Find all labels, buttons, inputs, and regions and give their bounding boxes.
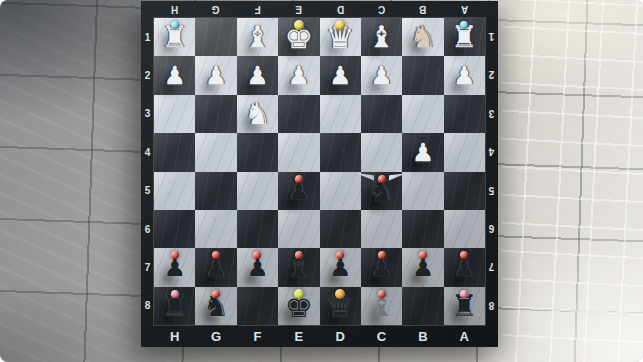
piece-white-pawn[interactable]: ♟ (361, 56, 402, 94)
square-h8[interactable]: ♜ (154, 287, 195, 325)
coord-right-6: 6 (485, 210, 498, 248)
coord-bottom-d: D (320, 325, 361, 347)
coord-left-4: 4 (141, 133, 154, 171)
piece-white-knight[interactable]: ♞ (237, 95, 278, 133)
piece-black-pawn[interactable]: ♟ (154, 248, 195, 286)
square-f1[interactable]: ♝ (237, 18, 278, 56)
square-a6[interactable] (444, 210, 485, 248)
coordinates-bottom: HGFEDCBA (154, 325, 485, 347)
square-b8[interactable] (402, 287, 443, 325)
piece-black-pawn[interactable]: ♟ (361, 248, 402, 286)
coord-top-b: B (402, 1, 443, 18)
coord-bottom-a: A (444, 325, 485, 347)
square-d5[interactable] (320, 172, 361, 210)
coord-top-d: D (320, 1, 361, 18)
coord-top-h: H (154, 1, 195, 18)
square-d4[interactable] (320, 133, 361, 171)
chess-app-screenshot: HGFEDCBA HGFEDCBA 12345678 12345678 ♜♝♚♛… (0, 0, 643, 362)
square-c7[interactable]: ♟ (361, 248, 402, 286)
square-e6[interactable] (278, 210, 319, 248)
coord-left-6: 6 (141, 210, 154, 248)
accent-dot (171, 251, 179, 259)
square-b1[interactable]: ♞ (402, 18, 443, 56)
coord-bottom-f: F (237, 325, 278, 347)
coord-top-e: E (278, 1, 319, 18)
coord-top-c: C (361, 1, 402, 18)
square-b6[interactable] (402, 210, 443, 248)
coord-bottom-g: G (195, 325, 236, 347)
coord-left-3: 3 (141, 95, 154, 133)
square-d6[interactable] (320, 210, 361, 248)
piece-white-pawn[interactable]: ♟ (237, 56, 278, 94)
square-h1[interactable]: ♜ (154, 18, 195, 56)
piece-white-bishop[interactable]: ♝ (237, 18, 278, 56)
accent-dot (336, 251, 344, 259)
square-d8[interactable]: ♛ (320, 287, 361, 325)
accent-dot (171, 290, 179, 298)
coord-bottom-e: E (278, 325, 319, 347)
accent-dot (378, 175, 386, 183)
piece-black-bishop[interactable]: ♝ (361, 287, 402, 325)
square-f8[interactable] (237, 287, 278, 325)
piece-white-pawn[interactable]: ♟ (154, 56, 195, 94)
square-e4[interactable] (278, 133, 319, 171)
square-f3[interactable]: ♞ (237, 95, 278, 133)
coordinates-top: HGFEDCBA (154, 1, 485, 18)
piece-black-pawn[interactable]: ♟ (278, 172, 319, 210)
piece-black-knight[interactable]: ♞ (195, 287, 236, 325)
piece-white-pawn[interactable]: ♟ (320, 56, 361, 94)
coord-top-f: F (237, 1, 278, 18)
square-c5[interactable]: ♞ (361, 172, 402, 210)
square-d3[interactable] (320, 95, 361, 133)
square-g8[interactable]: ♞ (195, 287, 236, 325)
square-h6[interactable] (154, 210, 195, 248)
piece-white-pawn[interactable]: ♟ (444, 56, 485, 94)
piece-white-queen[interactable]: ♛ (320, 18, 361, 56)
piece-white-knight[interactable]: ♞ (402, 18, 443, 56)
piece-white-pawn[interactable]: ♟ (278, 56, 319, 94)
coord-right-2: 2 (485, 56, 498, 94)
square-e1[interactable]: ♚ (278, 18, 319, 56)
square-c3[interactable] (361, 95, 402, 133)
square-a7[interactable]: ♟ (444, 248, 485, 286)
coord-right-8: 8 (485, 287, 498, 325)
piece-black-queen[interactable]: ♛ (320, 287, 361, 325)
coord-left-7: 7 (141, 248, 154, 286)
accent-dot (460, 251, 468, 259)
accent-dot (419, 251, 427, 259)
piece-black-knight[interactable]: ♞ (361, 172, 402, 210)
piece-white-pawn[interactable]: ♟ (195, 56, 236, 94)
square-f4[interactable] (237, 133, 278, 171)
accent-dot (294, 289, 304, 299)
accent-dot (460, 290, 468, 298)
piece-black-pawn[interactable]: ♟ (320, 248, 361, 286)
square-g5[interactable] (195, 172, 236, 210)
square-e7[interactable]: ♝ (278, 248, 319, 286)
piece-black-rook[interactable]: ♜ (154, 287, 195, 325)
square-a2[interactable]: ♟ (444, 56, 485, 94)
piece-white-rook[interactable]: ♜ (444, 18, 485, 56)
piece-white-pawn[interactable]: ♟ (402, 133, 443, 171)
coord-right-7: 7 (485, 248, 498, 286)
piece-black-rook[interactable]: ♜ (444, 287, 485, 325)
coord-left-5: 5 (141, 172, 154, 210)
square-a3[interactable] (444, 95, 485, 133)
square-b5[interactable] (402, 172, 443, 210)
coord-bottom-h: H (154, 325, 195, 347)
coord-right-1: 1 (485, 18, 498, 56)
square-f6[interactable] (237, 210, 278, 248)
square-g6[interactable] (195, 210, 236, 248)
square-c8[interactable]: ♝ (361, 287, 402, 325)
marble-floor-small-tiles (502, 0, 643, 362)
accent-dot (294, 20, 304, 30)
coord-right-4: 4 (485, 133, 498, 171)
coord-top-g: G (195, 1, 236, 18)
square-b7[interactable]: ♟ (402, 248, 443, 286)
coord-top-a: A (444, 1, 485, 18)
piece-black-pawn[interactable]: ♟ (402, 248, 443, 286)
square-b2[interactable] (402, 56, 443, 94)
piece-black-bishop[interactable]: ♝ (278, 248, 319, 286)
coordinates-left: 12345678 (141, 18, 154, 325)
square-g1[interactable] (195, 18, 236, 56)
coord-bottom-c: C (361, 325, 402, 347)
square-d2[interactable]: ♟ (320, 56, 361, 94)
square-g4[interactable] (195, 133, 236, 171)
coord-left-2: 2 (141, 56, 154, 94)
square-c2[interactable]: ♟ (361, 56, 402, 94)
chess-board: HGFEDCBA HGFEDCBA 12345678 12345678 ♜♝♚♛… (141, 1, 498, 347)
square-f2[interactable]: ♟ (237, 56, 278, 94)
square-c4[interactable] (361, 133, 402, 171)
square-h7[interactable]: ♟ (154, 248, 195, 286)
square-c1[interactable]: ♝ (361, 18, 402, 56)
square-g3[interactable] (195, 95, 236, 133)
square-f7[interactable]: ♟ (237, 248, 278, 286)
square-e3[interactable] (278, 95, 319, 133)
square-e8[interactable]: ♚ (278, 287, 319, 325)
square-d1[interactable]: ♛ (320, 18, 361, 56)
square-c6[interactable] (361, 210, 402, 248)
square-h3[interactable] (154, 95, 195, 133)
square-g7[interactable]: ♟ (195, 248, 236, 286)
coord-right-5: 5 (485, 172, 498, 210)
accent-dot (295, 251, 303, 259)
accent-dot (335, 289, 345, 299)
coord-left-8: 8 (141, 287, 154, 325)
accent-dot (171, 21, 179, 29)
piece-white-king[interactable]: ♚ (278, 18, 319, 56)
piece-black-pawn[interactable]: ♟ (195, 248, 236, 286)
square-d7[interactable]: ♟ (320, 248, 361, 286)
piece-white-bishop[interactable]: ♝ (361, 18, 402, 56)
square-f5[interactable] (237, 172, 278, 210)
square-b4[interactable]: ♟ (402, 133, 443, 171)
square-h2[interactable]: ♟ (154, 56, 195, 94)
board-grid: ♜♝♚♛♝♞♜♟♟♟♟♟♟♟♞♟♟♞♟♟♟♝♟♟♟♟♜♞♚♛♝♜ (154, 18, 485, 325)
accent-dot (378, 251, 386, 259)
square-g2[interactable]: ♟ (195, 56, 236, 94)
accent-dot (460, 21, 468, 29)
accent-dot (335, 20, 345, 30)
accent-dot (295, 175, 303, 183)
accent-dot (212, 251, 220, 259)
square-a1[interactable]: ♜ (444, 18, 485, 56)
coord-left-1: 1 (141, 18, 154, 56)
piece-white-rook[interactable]: ♜ (154, 18, 195, 56)
square-e2[interactable]: ♟ (278, 56, 319, 94)
square-h4[interactable] (154, 133, 195, 171)
accent-dot (212, 290, 220, 298)
square-a8[interactable]: ♜ (444, 287, 485, 325)
piece-black-pawn[interactable]: ♟ (237, 248, 278, 286)
coord-right-3: 3 (485, 95, 498, 133)
accent-dot (378, 290, 386, 298)
square-b3[interactable] (402, 95, 443, 133)
coord-bottom-b: B (402, 325, 443, 347)
piece-black-king[interactable]: ♚ (278, 287, 319, 325)
square-h5[interactable] (154, 172, 195, 210)
square-a4[interactable] (444, 133, 485, 171)
coordinates-right: 12345678 (485, 18, 498, 325)
square-a5[interactable] (444, 172, 485, 210)
square-e5[interactable]: ♟ (278, 172, 319, 210)
accent-dot (253, 251, 261, 259)
piece-black-pawn[interactable]: ♟ (444, 248, 485, 286)
